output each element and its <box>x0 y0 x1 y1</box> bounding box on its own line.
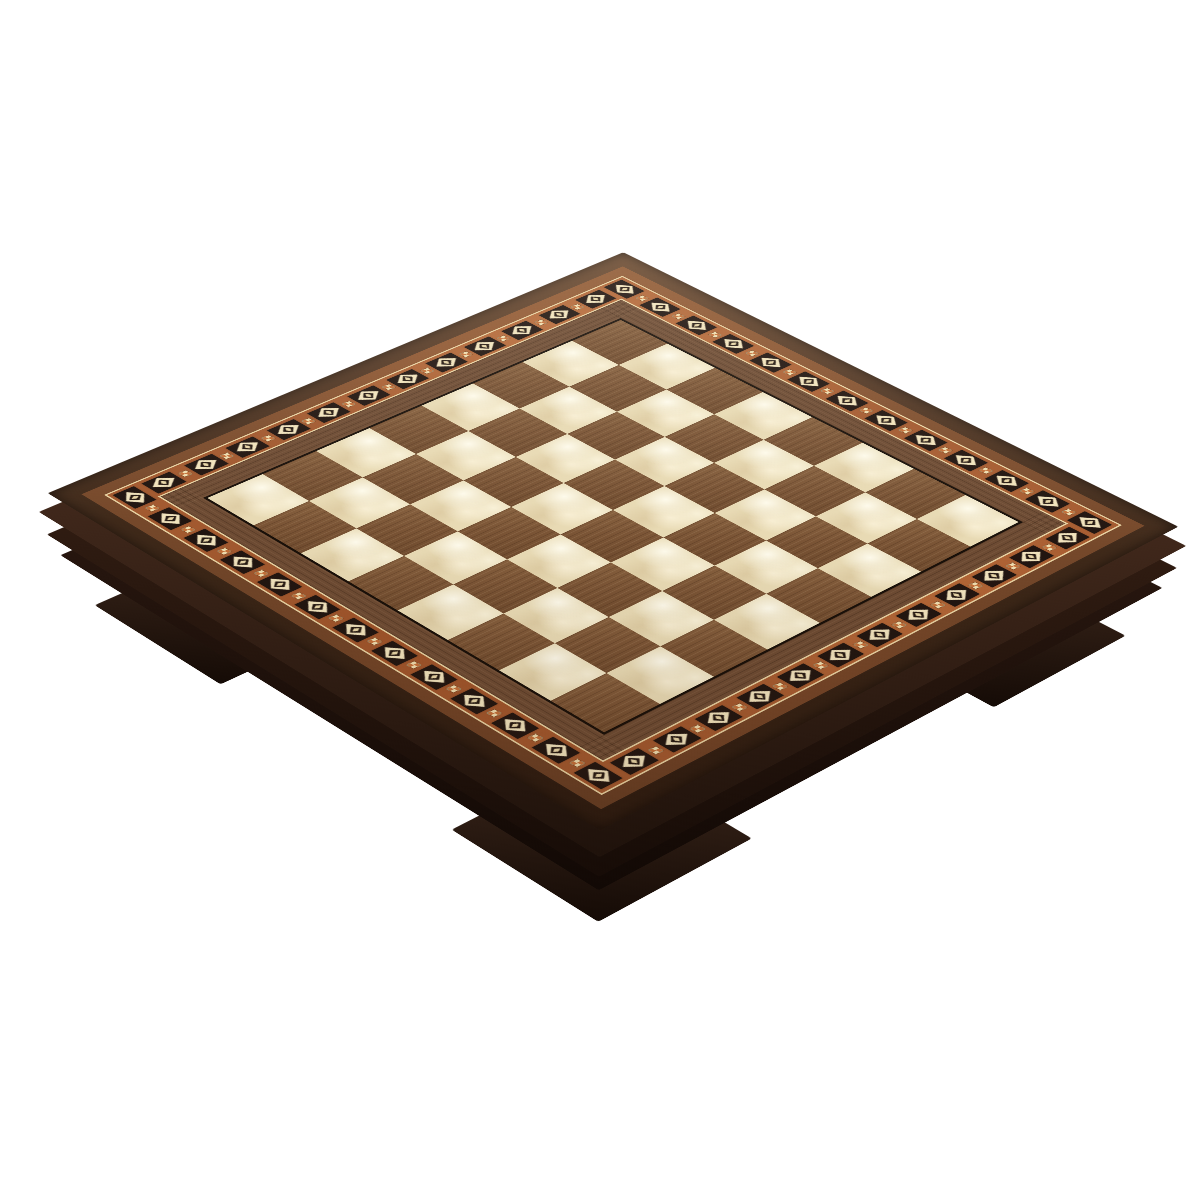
inlay-checker <box>367 637 383 646</box>
inlay-checker <box>219 452 234 460</box>
inlay-checker <box>253 569 269 577</box>
inlay-checker <box>821 388 836 395</box>
inlay-checker <box>341 400 356 407</box>
frame-outer-molding <box>48 252 1179 830</box>
inlay-checker <box>671 313 685 320</box>
inlay-checker <box>329 614 345 623</box>
inlay-checker <box>812 661 828 670</box>
inlay-checker <box>647 746 664 755</box>
inlay-checker <box>891 620 907 629</box>
inlay-checker <box>569 758 586 767</box>
inlay-checker <box>708 331 722 338</box>
inlay-checker <box>486 708 503 717</box>
frame-outer-band <box>81 266 1144 809</box>
board-top-face <box>48 252 1179 830</box>
inlay-checker <box>731 702 748 711</box>
inlay-checker <box>420 367 435 374</box>
inlay-checker <box>938 446 953 453</box>
inlay-checker <box>689 724 706 733</box>
mosaic-band <box>107 277 1119 793</box>
inlay-checker <box>782 368 797 375</box>
inlay-checker <box>533 319 547 326</box>
inlay-checker <box>772 681 789 690</box>
inlay-checker <box>381 384 396 391</box>
frame-outer-pinstripe <box>104 276 1122 795</box>
inlay-checker <box>217 547 233 555</box>
inlay-checker <box>177 470 192 478</box>
inlay-checker <box>635 295 649 302</box>
chess-board <box>48 252 1179 830</box>
inlay-checker <box>260 434 275 441</box>
scene <box>0 0 1200 1200</box>
inlay-checker <box>458 351 473 358</box>
inlay-checker <box>301 417 316 424</box>
inlay-checker <box>1020 487 1035 495</box>
inlay-checker <box>898 426 913 433</box>
inlay-checker <box>859 407 874 414</box>
inlay-checker <box>446 684 463 693</box>
inlay-checker <box>527 733 544 742</box>
inlay-checker <box>979 467 994 475</box>
inlay-checker <box>291 591 307 599</box>
inlay-checker <box>745 350 760 357</box>
inlay-checker <box>1061 508 1076 516</box>
inlay-checker <box>406 660 423 669</box>
photo-rotation <box>0 0 1200 1200</box>
